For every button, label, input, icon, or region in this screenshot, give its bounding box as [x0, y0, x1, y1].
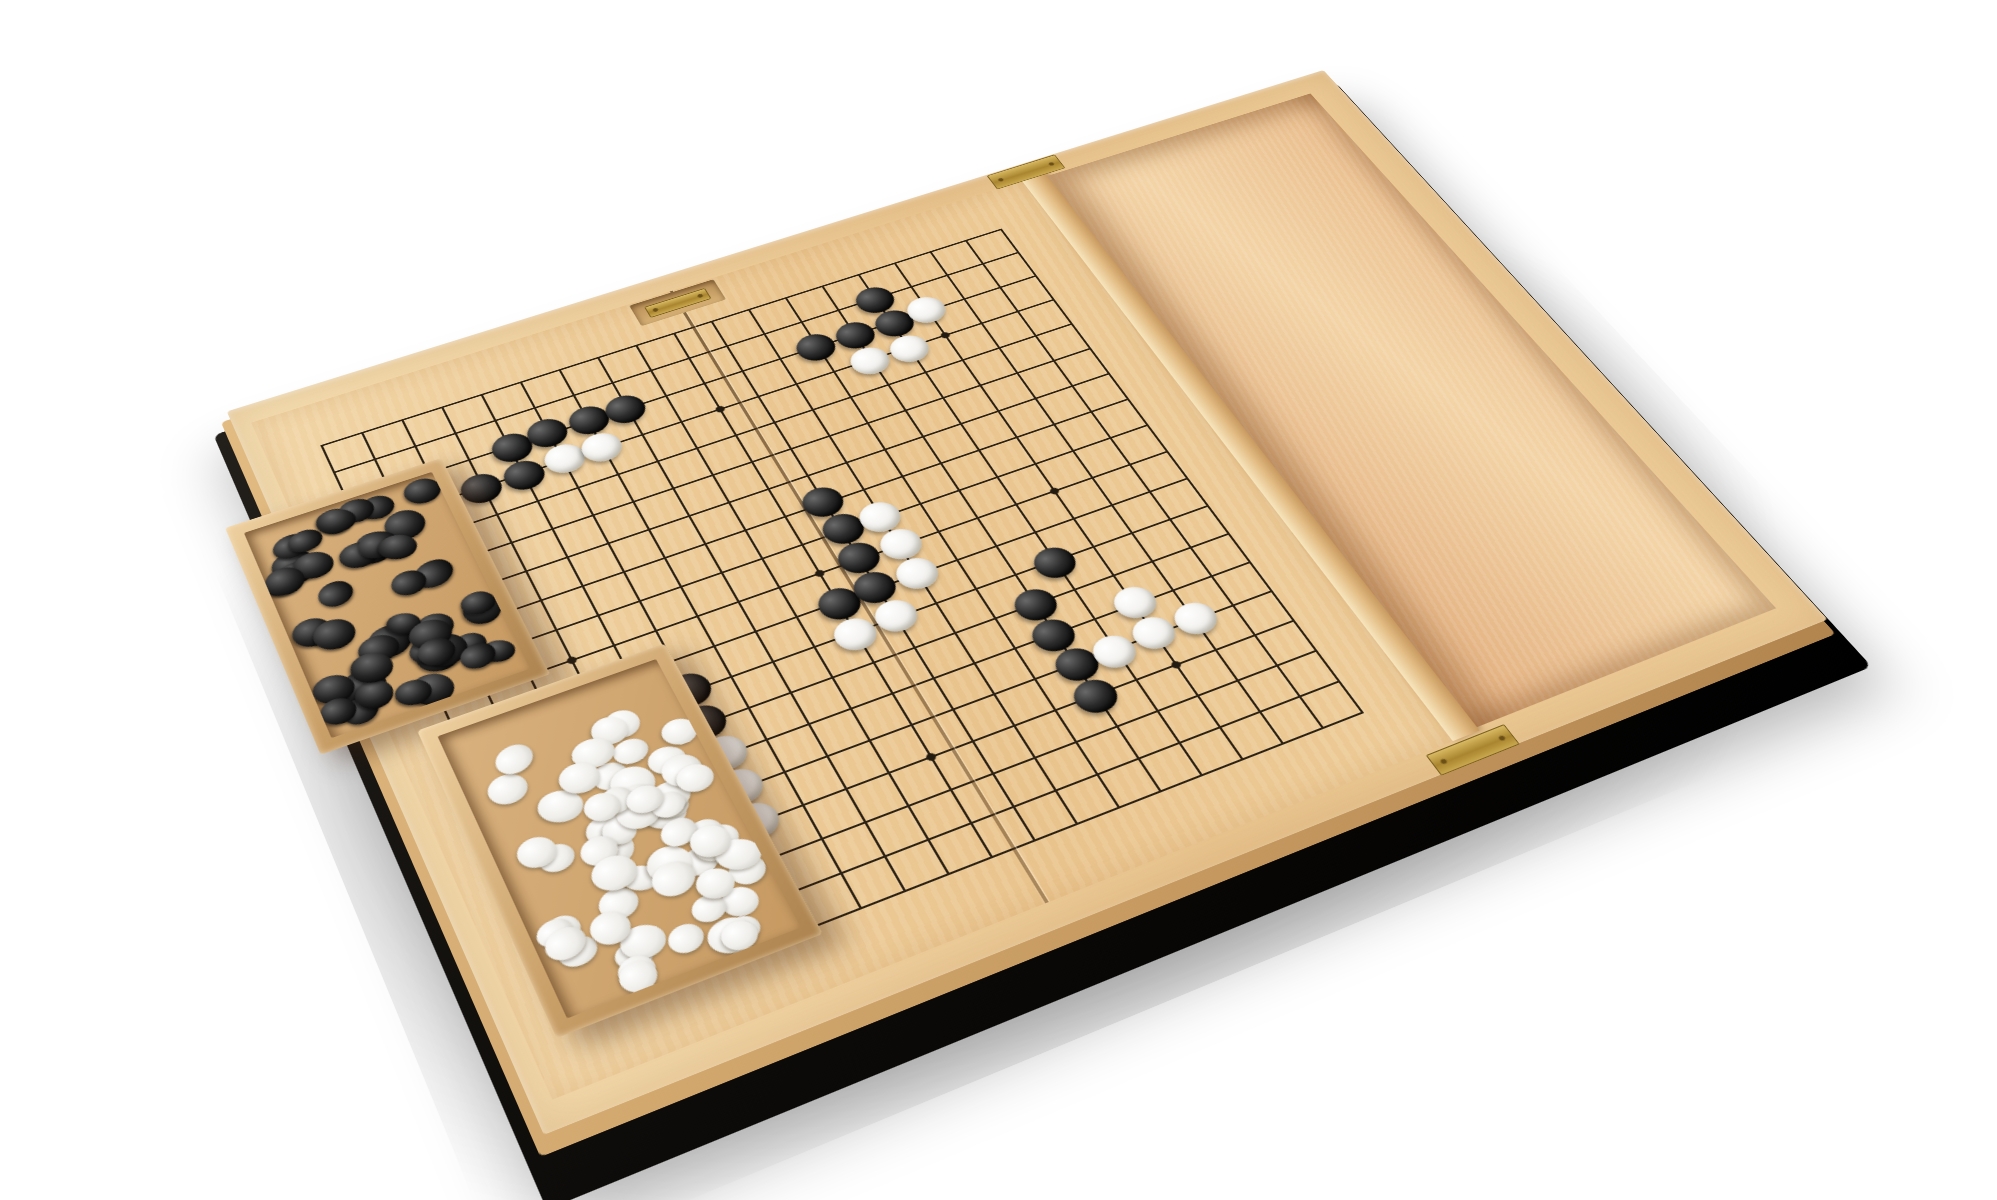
white-stone[interactable]	[890, 553, 945, 594]
hoshi-point	[814, 569, 826, 578]
white-stone[interactable]	[868, 595, 924, 637]
hoshi-point	[566, 656, 578, 666]
hoshi-point	[1048, 487, 1060, 496]
fold-hinge-icon	[644, 288, 711, 318]
white-tray-stone[interactable]	[661, 918, 711, 959]
white-stone[interactable]	[853, 497, 907, 536]
fold-hinge-slot	[629, 279, 726, 326]
black-stone[interactable]	[498, 456, 550, 494]
hoshi-point	[714, 405, 725, 413]
hoshi-point	[940, 331, 951, 339]
white-tray-stone[interactable]	[488, 739, 541, 780]
white-stone[interactable]	[1086, 630, 1143, 673]
hoshi-point	[1170, 660, 1183, 670]
black-stone[interactable]	[816, 509, 870, 549]
white-tray-stone[interactable]	[537, 790, 584, 824]
black-stone[interactable]	[791, 330, 842, 365]
photo-scene	[0, 0, 1997, 1200]
black-tray-stone[interactable]	[311, 577, 360, 612]
black-stone[interactable]	[1025, 614, 1082, 656]
black-tray-stone[interactable]	[347, 653, 395, 684]
white-stone[interactable]	[1125, 612, 1182, 654]
black-stone[interactable]	[1067, 674, 1125, 718]
white-stone[interactable]	[1107, 582, 1164, 623]
black-stone[interactable]	[796, 483, 849, 522]
black-stone[interactable]	[812, 583, 867, 625]
white-stone[interactable]	[1167, 598, 1224, 640]
hoshi-point	[925, 752, 938, 762]
white-stone[interactable]	[874, 524, 929, 564]
black-stone[interactable]	[832, 538, 887, 578]
black-stone[interactable]	[1008, 584, 1064, 626]
white-tray-stone[interactable]	[481, 769, 533, 811]
black-stone[interactable]	[847, 567, 902, 608]
black-tray-stone[interactable]	[315, 508, 356, 534]
black-stone[interactable]	[1048, 643, 1105, 686]
go-travel-case	[227, 70, 1828, 1135]
white-stone[interactable]	[827, 613, 883, 655]
black-stone[interactable]	[1027, 543, 1083, 583]
